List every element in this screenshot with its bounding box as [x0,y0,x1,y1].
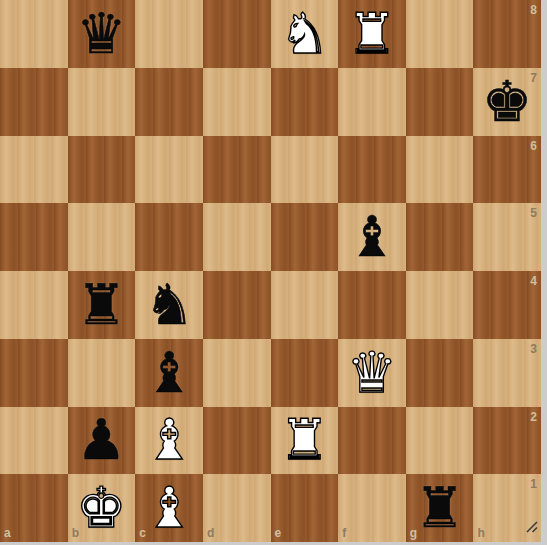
piece-white-queen[interactable]: ♛ [338,339,406,407]
square-h2[interactable]: 2 [473,407,541,475]
square-b4[interactable]: ♜ [68,271,136,339]
square-c7[interactable] [135,68,203,136]
rank-label-2: 2 [530,411,537,423]
file-label-d: d [207,527,214,539]
square-c8[interactable] [135,0,203,68]
piece-white-bishop[interactable]: ♝ [135,474,203,542]
square-g6[interactable] [406,136,474,204]
square-c1[interactable]: c♝ [135,474,203,542]
file-label-h: h [477,527,484,539]
square-g4[interactable] [406,271,474,339]
square-e1[interactable]: e [271,474,339,542]
square-f6[interactable] [338,136,406,204]
square-b7[interactable] [68,68,136,136]
square-f3[interactable]: ♛ [338,339,406,407]
square-f7[interactable] [338,68,406,136]
square-d7[interactable] [203,68,271,136]
square-a4[interactable] [0,271,68,339]
rank-label-3: 3 [530,343,537,355]
piece-black-pawn[interactable]: ♟ [68,407,136,475]
square-g7[interactable] [406,68,474,136]
square-b6[interactable] [68,136,136,204]
square-d8[interactable] [203,0,271,68]
piece-black-king[interactable]: ♚ [473,68,541,136]
piece-black-rook[interactable]: ♜ [68,271,136,339]
piece-black-knight[interactable]: ♞ [135,271,203,339]
square-h8[interactable]: 8 [473,0,541,68]
rank-label-8: 8 [530,4,537,16]
rank-label-5: 5 [530,207,537,219]
file-label-a: a [4,527,11,539]
square-a1[interactable]: a [0,474,68,542]
square-f5[interactable]: ♝ [338,203,406,271]
square-f1[interactable]: f [338,474,406,542]
square-f4[interactable] [338,271,406,339]
square-g5[interactable] [406,203,474,271]
square-f8[interactable]: ♜ [338,0,406,68]
piece-black-rook[interactable]: ♜ [406,474,474,542]
square-c3[interactable]: ♝ [135,339,203,407]
square-e6[interactable] [271,136,339,204]
square-e4[interactable] [271,271,339,339]
square-h4[interactable]: 4 [473,271,541,339]
piece-white-rook[interactable]: ♜ [271,407,339,475]
piece-black-queen[interactable]: ♛ [68,0,136,68]
square-d1[interactable]: d [203,474,271,542]
rank-label-1: 1 [530,478,537,490]
square-h3[interactable]: 3 [473,339,541,407]
square-c5[interactable] [135,203,203,271]
square-b8[interactable]: ♛ [68,0,136,68]
square-b5[interactable] [68,203,136,271]
square-d2[interactable] [203,407,271,475]
square-a7[interactable] [0,68,68,136]
square-f2[interactable] [338,407,406,475]
square-a8[interactable] [0,0,68,68]
square-e8[interactable]: ♞ [271,0,339,68]
rank-label-4: 4 [530,275,537,287]
square-a2[interactable] [0,407,68,475]
square-e7[interactable] [271,68,339,136]
square-g2[interactable] [406,407,474,475]
rank-label-6: 6 [530,140,537,152]
square-g3[interactable] [406,339,474,407]
square-b1[interactable]: b♚ [68,474,136,542]
piece-white-knight[interactable]: ♞ [271,0,339,68]
chess-board-stage: ♛♞♜87♚6♝5♜♞4♝♛3♟♝♜2ab♚c♝defg♜1h [0,0,547,545]
square-b2[interactable]: ♟ [68,407,136,475]
square-h6[interactable]: 6 [473,136,541,204]
square-e5[interactable] [271,203,339,271]
square-d5[interactable] [203,203,271,271]
square-c6[interactable] [135,136,203,204]
file-label-e: e [275,527,282,539]
piece-black-bishop[interactable]: ♝ [338,203,406,271]
piece-white-rook[interactable]: ♜ [338,0,406,68]
square-c2[interactable]: ♝ [135,407,203,475]
square-e3[interactable] [271,339,339,407]
chess-board: ♛♞♜87♚6♝5♜♞4♝♛3♟♝♜2ab♚c♝defg♜1h [0,0,541,542]
piece-white-bishop[interactable]: ♝ [135,407,203,475]
square-a3[interactable] [0,339,68,407]
square-a6[interactable] [0,136,68,204]
square-d3[interactable] [203,339,271,407]
square-c4[interactable]: ♞ [135,271,203,339]
piece-white-king[interactable]: ♚ [68,474,136,542]
square-e2[interactable]: ♜ [271,407,339,475]
square-h7[interactable]: 7♚ [473,68,541,136]
square-g8[interactable] [406,0,474,68]
square-h5[interactable]: 5 [473,203,541,271]
square-d4[interactable] [203,271,271,339]
square-d6[interactable] [203,136,271,204]
board-resize-handle-icon[interactable] [525,520,539,534]
square-b3[interactable] [68,339,136,407]
piece-black-bishop[interactable]: ♝ [135,339,203,407]
square-g1[interactable]: g♜ [406,474,474,542]
file-label-f: f [342,527,346,539]
square-a5[interactable] [0,203,68,271]
